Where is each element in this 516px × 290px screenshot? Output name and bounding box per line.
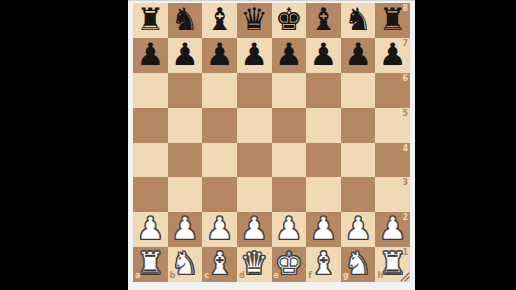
square-h2[interactable]: ♟2 bbox=[375, 212, 410, 247]
square-e4[interactable] bbox=[272, 143, 307, 178]
square-c6[interactable] bbox=[202, 73, 237, 108]
square-h5[interactable]: 5 bbox=[375, 108, 410, 143]
square-f2[interactable]: ♟ bbox=[306, 212, 341, 247]
piece-black-pawn[interactable]: ♟ bbox=[310, 39, 338, 70]
square-f1[interactable]: ♝f bbox=[306, 247, 341, 282]
square-d1[interactable]: ♛d bbox=[237, 247, 272, 282]
square-g2[interactable]: ♟ bbox=[341, 212, 376, 247]
piece-black-rook[interactable]: ♜ bbox=[379, 4, 407, 35]
piece-black-pawn[interactable]: ♟ bbox=[275, 39, 303, 70]
piece-black-knight[interactable]: ♞ bbox=[344, 4, 372, 35]
square-g6[interactable] bbox=[341, 73, 376, 108]
square-a1[interactable]: ♜a bbox=[133, 247, 168, 282]
piece-white-pawn[interactable]: ♟ bbox=[379, 213, 407, 244]
square-f8[interactable]: ♝ bbox=[306, 3, 341, 38]
piece-black-pawn[interactable]: ♟ bbox=[171, 39, 199, 70]
piece-white-pawn[interactable]: ♟ bbox=[171, 213, 199, 244]
square-b4[interactable] bbox=[168, 143, 203, 178]
square-f5[interactable] bbox=[306, 108, 341, 143]
square-a2[interactable]: ♟ bbox=[133, 212, 168, 247]
square-a4[interactable] bbox=[133, 143, 168, 178]
square-b2[interactable]: ♟ bbox=[168, 212, 203, 247]
square-b6[interactable] bbox=[168, 73, 203, 108]
square-a7[interactable]: ♟ bbox=[133, 38, 168, 73]
square-h8[interactable]: ♜8 bbox=[375, 3, 410, 38]
square-c3[interactable] bbox=[202, 177, 237, 212]
piece-white-rook[interactable]: ♜ bbox=[136, 248, 164, 279]
square-b7[interactable]: ♟ bbox=[168, 38, 203, 73]
square-d4[interactable] bbox=[237, 143, 272, 178]
board-resize-handle-icon[interactable] bbox=[400, 272, 410, 282]
square-h3[interactable]: 3 bbox=[375, 177, 410, 212]
square-h6[interactable]: 6 bbox=[375, 73, 410, 108]
piece-black-pawn[interactable]: ♟ bbox=[379, 39, 407, 70]
piece-white-pawn[interactable]: ♟ bbox=[344, 213, 372, 244]
piece-black-pawn[interactable]: ♟ bbox=[344, 39, 372, 70]
square-e8[interactable]: ♚ bbox=[272, 3, 307, 38]
chess-board: ♜♞♝♛♚♝♞♜8♟♟♟♟♟♟♟♟76543♟♟♟♟♟♟♟♟2♜a♞b♝c♛d♚… bbox=[133, 3, 410, 282]
square-c1[interactable]: ♝c bbox=[202, 247, 237, 282]
piece-black-pawn[interactable]: ♟ bbox=[240, 39, 268, 70]
square-d7[interactable]: ♟ bbox=[237, 38, 272, 73]
square-d8[interactable]: ♛ bbox=[237, 3, 272, 38]
piece-white-king[interactable]: ♚ bbox=[275, 248, 303, 279]
square-e7[interactable]: ♟ bbox=[272, 38, 307, 73]
square-e6[interactable] bbox=[272, 73, 307, 108]
square-c2[interactable]: ♟ bbox=[202, 212, 237, 247]
rank-label-5: 5 bbox=[402, 110, 408, 118]
piece-white-pawn[interactable]: ♟ bbox=[206, 213, 234, 244]
square-h4[interactable]: 4 bbox=[375, 143, 410, 178]
square-f3[interactable] bbox=[306, 177, 341, 212]
square-h7[interactable]: ♟7 bbox=[375, 38, 410, 73]
piece-black-king[interactable]: ♚ bbox=[275, 4, 303, 35]
piece-white-pawn[interactable]: ♟ bbox=[240, 213, 268, 244]
square-a3[interactable] bbox=[133, 177, 168, 212]
square-f7[interactable]: ♟ bbox=[306, 38, 341, 73]
piece-white-bishop[interactable]: ♝ bbox=[206, 248, 234, 279]
page-panel: ♜♞♝♛♚♝♞♜8♟♟♟♟♟♟♟♟76543♟♟♟♟♟♟♟♟2♜a♞b♝c♛d♚… bbox=[128, 0, 415, 290]
rank-label-3: 3 bbox=[402, 179, 408, 187]
square-e1[interactable]: ♚e bbox=[272, 247, 307, 282]
square-d5[interactable] bbox=[237, 108, 272, 143]
piece-white-pawn[interactable]: ♟ bbox=[136, 213, 164, 244]
square-b3[interactable] bbox=[168, 177, 203, 212]
square-d2[interactable]: ♟ bbox=[237, 212, 272, 247]
square-g5[interactable] bbox=[341, 108, 376, 143]
square-c5[interactable] bbox=[202, 108, 237, 143]
square-d3[interactable] bbox=[237, 177, 272, 212]
square-a8[interactable]: ♜ bbox=[133, 3, 168, 38]
piece-white-bishop[interactable]: ♝ bbox=[310, 248, 338, 279]
square-g3[interactable] bbox=[341, 177, 376, 212]
square-g8[interactable]: ♞ bbox=[341, 3, 376, 38]
square-e5[interactable] bbox=[272, 108, 307, 143]
square-c4[interactable] bbox=[202, 143, 237, 178]
piece-black-pawn[interactable]: ♟ bbox=[206, 39, 234, 70]
piece-white-knight[interactable]: ♞ bbox=[171, 248, 199, 279]
piece-white-knight[interactable]: ♞ bbox=[344, 248, 372, 279]
rank-label-6: 6 bbox=[402, 75, 408, 83]
square-f4[interactable] bbox=[306, 143, 341, 178]
square-d6[interactable] bbox=[237, 73, 272, 108]
piece-black-bishop[interactable]: ♝ bbox=[206, 4, 234, 35]
square-e2[interactable]: ♟ bbox=[272, 212, 307, 247]
piece-black-pawn[interactable]: ♟ bbox=[136, 39, 164, 70]
square-g7[interactable]: ♟ bbox=[341, 38, 376, 73]
square-a6[interactable] bbox=[133, 73, 168, 108]
piece-white-pawn[interactable]: ♟ bbox=[310, 213, 338, 244]
piece-black-bishop[interactable]: ♝ bbox=[310, 4, 338, 35]
piece-black-rook[interactable]: ♜ bbox=[136, 4, 164, 35]
square-g4[interactable] bbox=[341, 143, 376, 178]
piece-white-queen[interactable]: ♛ bbox=[240, 248, 268, 279]
square-c8[interactable]: ♝ bbox=[202, 3, 237, 38]
rank-label-4: 4 bbox=[402, 145, 408, 153]
piece-black-knight[interactable]: ♞ bbox=[171, 4, 199, 35]
piece-black-queen[interactable]: ♛ bbox=[240, 4, 268, 35]
square-b1[interactable]: ♞b bbox=[168, 247, 203, 282]
square-a5[interactable] bbox=[133, 108, 168, 143]
square-b8[interactable]: ♞ bbox=[168, 3, 203, 38]
square-f6[interactable] bbox=[306, 73, 341, 108]
square-c7[interactable]: ♟ bbox=[202, 38, 237, 73]
piece-white-pawn[interactable]: ♟ bbox=[275, 213, 303, 244]
square-b5[interactable] bbox=[168, 108, 203, 143]
square-g1[interactable]: ♞g bbox=[341, 247, 376, 282]
square-e3[interactable] bbox=[272, 177, 307, 212]
